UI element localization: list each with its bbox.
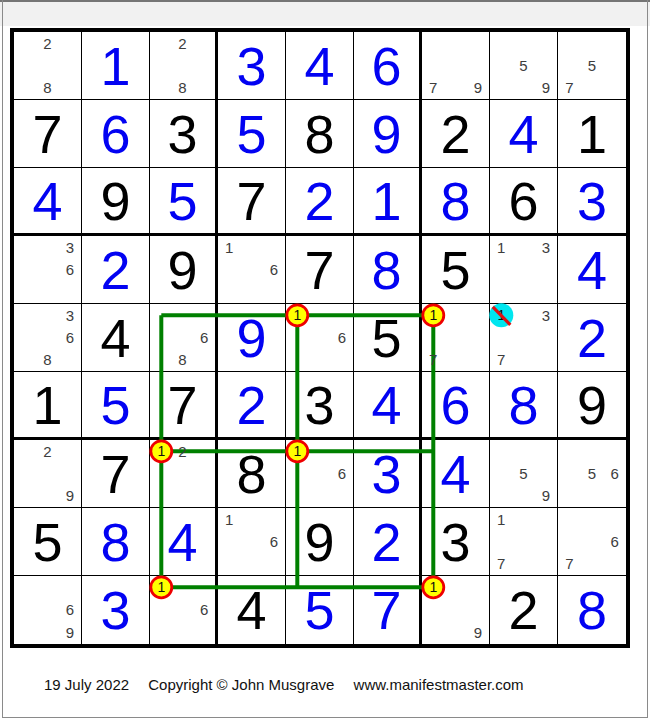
cell-r2c4[interactable]: 5 (218, 100, 286, 168)
pencil-marks: 6 (150, 576, 215, 644)
cell-r2c3[interactable]: 3 (150, 100, 218, 168)
candidate-1: 1 (218, 508, 240, 530)
cell-r5c7[interactable]: 7 (422, 304, 490, 372)
candidate-6: 6 (59, 599, 81, 622)
cell-r7c2[interactable]: 7 (82, 440, 150, 508)
candidate-8: 8 (36, 349, 58, 371)
candidate-7: 7 (558, 77, 581, 99)
cell-r4c3[interactable]: 9 (150, 236, 218, 304)
candidate-7: 7 (490, 553, 512, 575)
candidate-9: 9 (467, 621, 489, 644)
cell-r4c2[interactable]: 2 (82, 236, 150, 304)
cell-r3c9[interactable]: 3 (558, 168, 626, 236)
pencil-marks: 6 (286, 440, 353, 507)
candidate-6: 6 (263, 530, 285, 552)
candidate-9: 9 (467, 77, 489, 99)
candidate-5: 5 (512, 54, 534, 76)
pencil-marks: 2 (150, 440, 215, 507)
candidate-6: 6 (193, 599, 215, 622)
candidate-5: 5 (581, 462, 604, 484)
cell-r5c4[interactable]: 9 (218, 304, 286, 372)
solved-digit: 5 (150, 168, 215, 233)
window-top-strip (0, 0, 650, 26)
given-digit: 5 (354, 304, 419, 371)
pencil-marks: 59 (490, 440, 557, 507)
pencil-marks: 13 (490, 236, 557, 303)
cell-r9c9[interactable]: 8 (558, 576, 626, 644)
cell-r8c3[interactable]: 4 (150, 508, 218, 576)
candidate-9: 9 (59, 621, 81, 644)
cell-r2c9[interactable]: 1 (558, 100, 626, 168)
cell-r8c1[interactable]: 5 (14, 508, 82, 576)
pencil-marks: 9 (422, 576, 489, 644)
solved-digit: 2 (354, 508, 419, 575)
candidate-1: 1 (490, 236, 512, 258)
cell-r9c4[interactable]: 4 (218, 576, 286, 644)
solved-digit: 8 (422, 168, 489, 233)
cell-r2c7[interactable]: 2 (422, 100, 490, 168)
cell-r3c5[interactable]: 2 (286, 168, 354, 236)
pencil-marks: 28 (150, 32, 215, 99)
cell-r6c3[interactable]: 7 (150, 372, 218, 440)
given-digit: 3 (422, 508, 489, 575)
candidate-7: 7 (422, 349, 444, 371)
cell-r7c9[interactable]: 56 (558, 440, 626, 508)
candidate-7: 7 (558, 553, 581, 575)
cell-r6c1[interactable]: 1 (14, 372, 82, 440)
cell-r1c9[interactable]: 57 (558, 32, 626, 100)
solved-digit: 2 (286, 168, 353, 233)
candidate-3: 3 (59, 236, 81, 258)
solved-digit: 8 (490, 372, 557, 437)
cell-r9c2[interactable]: 3 (82, 576, 150, 644)
solved-digit: 3 (354, 440, 419, 507)
candidate-6: 6 (603, 462, 626, 484)
cell-r3c7[interactable]: 8 (422, 168, 490, 236)
candidate-8: 8 (172, 77, 194, 99)
cell-r9c6[interactable]: 7 (354, 576, 422, 644)
cell-r7c7[interactable]: 4 (422, 440, 490, 508)
solved-digit: 4 (286, 32, 353, 99)
solved-digit: 7 (354, 576, 419, 644)
candidate-5: 5 (581, 54, 604, 76)
cell-r8c2[interactable]: 8 (82, 508, 150, 576)
pencil-marks: 7 (422, 304, 489, 371)
candidate-8: 8 (172, 349, 194, 371)
pencil-marks: 6 (286, 304, 353, 371)
cell-r9c1[interactable]: 69 (14, 576, 82, 644)
given-digit: 2 (490, 576, 557, 644)
candidate-2: 2 (172, 440, 194, 462)
candidate-2: 2 (36, 440, 58, 462)
cell-r4c5[interactable]: 7 (286, 236, 354, 304)
pencil-marks: 16 (218, 508, 285, 575)
cell-r6c9[interactable]: 9 (558, 372, 626, 440)
given-digit: 7 (82, 440, 149, 507)
candidate-2: 2 (172, 32, 194, 54)
pencil-marks: 59 (490, 32, 557, 99)
candidate-9: 9 (535, 77, 557, 99)
pencil-marks: 67 (558, 508, 626, 575)
cell-r4c7[interactable]: 5 (422, 236, 490, 304)
given-digit: 9 (150, 236, 215, 303)
solved-digit: 4 (354, 372, 419, 437)
given-digit: 3 (286, 372, 353, 437)
cell-r2c8[interactable]: 4 (490, 100, 558, 168)
cell-r5c1[interactable]: 368 (14, 304, 82, 372)
cell-r7c1[interactable]: 29 (14, 440, 82, 508)
cell-r1c8[interactable]: 59 (490, 32, 558, 100)
pencil-marks: 368 (14, 304, 81, 371)
cell-r6c2[interactable]: 5 (82, 372, 150, 440)
candidate-6: 6 (331, 462, 353, 484)
cell-r8c6[interactable]: 2 (354, 508, 422, 576)
cell-r3c1[interactable]: 4 (14, 168, 82, 236)
solved-digit: 3 (82, 576, 149, 644)
footer-date: 19 July 2022 (44, 676, 129, 693)
cell-r4c6[interactable]: 8 (354, 236, 422, 304)
solved-digit: 8 (354, 236, 419, 303)
cell-r7c5[interactable]: 6 (286, 440, 354, 508)
given-digit: 7 (150, 372, 215, 437)
cell-r6c5[interactable]: 3 (286, 372, 354, 440)
cell-r1c6[interactable]: 6 (354, 32, 422, 100)
given-digit: 2 (422, 100, 489, 167)
candidate-9: 9 (535, 485, 557, 507)
given-digit: 9 (558, 372, 626, 437)
solved-digit: 4 (558, 236, 626, 303)
pencil-marks: 36 (14, 236, 81, 303)
solved-digit: 3 (558, 168, 626, 233)
cell-r6c8[interactable]: 8 (490, 372, 558, 440)
given-digit: 6 (490, 168, 557, 233)
solved-digit: 6 (354, 32, 419, 99)
candidate-9: 9 (59, 485, 81, 507)
solved-digit: 8 (82, 508, 149, 575)
cell-r3c4[interactable]: 7 (218, 168, 286, 236)
pencil-marks: 17 (490, 508, 557, 575)
cell-r1c2[interactable]: 1 (82, 32, 150, 100)
cell-r7c6[interactable]: 3 (354, 440, 422, 508)
cell-r3c2[interactable]: 9 (82, 168, 150, 236)
cell-r5c8[interactable]: 37 (490, 304, 558, 372)
window-frame-left (2, 0, 3, 718)
cell-r4c1[interactable]: 36 (14, 236, 82, 304)
pencil-marks: 28 (14, 32, 81, 99)
cell-r4c8[interactable]: 13 (490, 236, 558, 304)
given-digit: 1 (558, 100, 626, 167)
candidate-6: 6 (603, 530, 626, 552)
window-frame-bottom (2, 717, 648, 718)
pencil-marks: 37 (490, 304, 557, 371)
given-digit: 7 (14, 100, 81, 167)
cell-r2c2[interactable]: 6 (82, 100, 150, 168)
cell-r8c4[interactable]: 16 (218, 508, 286, 576)
given-digit: 8 (218, 440, 285, 507)
cell-r9c7[interactable]: 9 (422, 576, 490, 644)
pencil-marks: 68 (150, 304, 215, 371)
footer-site: www.manifestmaster.com (354, 676, 524, 693)
given-digit: 9 (286, 508, 353, 575)
pencil-marks: 57 (558, 32, 626, 99)
given-digit: 5 (14, 508, 81, 575)
window-frame-right (647, 0, 648, 718)
solved-digit: 5 (82, 372, 149, 437)
cell-r1c7[interactable]: 79 (422, 32, 490, 100)
footer: 19 July 2022 Copyright © John Musgrave w… (44, 676, 539, 693)
candidate-6: 6 (59, 326, 81, 348)
cell-r7c4[interactable]: 8 (218, 440, 286, 508)
given-digit: 8 (286, 100, 353, 167)
cell-r5c2[interactable]: 4 (82, 304, 150, 372)
cell-r9c5[interactable]: 5 (286, 576, 354, 644)
solved-digit: 8 (558, 576, 626, 644)
solved-digit: 2 (82, 236, 149, 303)
given-digit: 3 (150, 100, 215, 167)
candidate-1: 1 (490, 508, 512, 530)
cell-r3c3[interactable]: 5 (150, 168, 218, 236)
solved-digit: 4 (150, 508, 215, 575)
footer-copyright: Copyright © John Musgrave (148, 676, 334, 693)
cell-r5c9[interactable]: 2 (558, 304, 626, 372)
solved-digit: 4 (490, 100, 557, 167)
cell-r6c7[interactable]: 6 (422, 372, 490, 440)
given-digit: 1 (14, 372, 81, 437)
candidate-7: 7 (422, 77, 444, 99)
given-digit: 9 (82, 168, 149, 233)
cell-r8c8[interactable]: 17 (490, 508, 558, 576)
cell-r1c5[interactable]: 4 (286, 32, 354, 100)
cell-r9c3[interactable]: 6 (150, 576, 218, 644)
cell-r2c1[interactable]: 7 (14, 100, 82, 168)
solved-digit: 5 (218, 100, 285, 167)
cell-r7c3[interactable]: 2 (150, 440, 218, 508)
cell-r8c7[interactable]: 3 (422, 508, 490, 576)
solved-digit: 2 (218, 372, 285, 437)
candidate-6: 6 (263, 258, 285, 280)
given-digit: 4 (218, 576, 285, 644)
cell-r1c1[interactable]: 28 (14, 32, 82, 100)
candidate-7: 7 (490, 349, 512, 371)
cell-r3c6[interactable]: 1 (354, 168, 422, 236)
candidate-2: 2 (36, 32, 58, 54)
cell-r8c5[interactable]: 9 (286, 508, 354, 576)
candidate-6: 6 (331, 326, 353, 348)
cell-r2c6[interactable]: 9 (354, 100, 422, 168)
cell-r1c3[interactable]: 28 (150, 32, 218, 100)
candidate-5: 5 (512, 462, 534, 484)
sudoku-grid: 2812834679595776358924149572186336291678… (14, 32, 626, 644)
solved-digit: 6 (82, 100, 149, 167)
solved-digit: 9 (218, 304, 285, 371)
solved-digit: 9 (354, 100, 419, 167)
given-digit: 7 (218, 168, 285, 233)
cell-r2c5[interactable]: 8 (286, 100, 354, 168)
candidate-6: 6 (59, 258, 81, 280)
solved-digit: 6 (422, 372, 489, 437)
solved-digit: 2 (558, 304, 626, 371)
cell-r1c4[interactable]: 3 (218, 32, 286, 100)
cell-r6c6[interactable]: 4 (354, 372, 422, 440)
given-digit: 4 (82, 304, 149, 371)
sudoku-board: 2812834679595776358924149572186336291678… (10, 28, 630, 648)
pencil-marks: 69 (14, 576, 81, 644)
given-digit: 7 (286, 236, 353, 303)
candidate-8: 8 (36, 77, 58, 99)
candidate-3: 3 (535, 304, 557, 326)
candidate-6: 6 (193, 326, 215, 348)
cell-r5c6[interactable]: 5 (354, 304, 422, 372)
solved-digit: 1 (82, 32, 149, 99)
candidate-3: 3 (59, 304, 81, 326)
cell-r6c4[interactable]: 2 (218, 372, 286, 440)
candidate-1: 1 (218, 236, 240, 258)
candidate-3: 3 (535, 236, 557, 258)
pencil-marks: 29 (14, 440, 81, 507)
solved-digit: 4 (422, 440, 489, 507)
cell-r5c5[interactable]: 6 (286, 304, 354, 372)
pencil-marks: 16 (218, 236, 285, 303)
given-digit: 5 (422, 236, 489, 303)
cell-r7c8[interactable]: 59 (490, 440, 558, 508)
pencil-marks: 79 (422, 32, 489, 99)
solved-digit: 3 (218, 32, 285, 99)
cell-r4c9[interactable]: 4 (558, 236, 626, 304)
cell-r8c9[interactable]: 67 (558, 508, 626, 576)
cell-r4c4[interactable]: 16 (218, 236, 286, 304)
cell-r3c8[interactable]: 6 (490, 168, 558, 236)
solved-digit: 4 (14, 168, 81, 233)
cell-r9c8[interactable]: 2 (490, 576, 558, 644)
cell-r5c3[interactable]: 68 (150, 304, 218, 372)
solved-digit: 5 (286, 576, 353, 644)
solved-digit: 1 (354, 168, 419, 233)
pencil-marks: 56 (558, 440, 626, 507)
